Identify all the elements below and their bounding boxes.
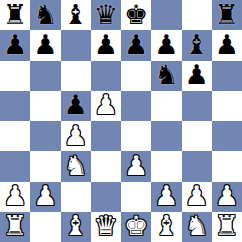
- square-a2[interactable]: ♟: [0, 182, 30, 212]
- white-queen-d1[interactable]: ♛: [94, 212, 118, 239]
- square-e7[interactable]: ♟: [121, 30, 151, 60]
- square-c6[interactable]: [61, 61, 91, 91]
- black-pawn-b7[interactable]: ♟: [33, 31, 57, 58]
- square-g8[interactable]: [182, 0, 212, 30]
- white-king-e1[interactable]: ♚: [124, 212, 148, 239]
- white-rook-h1[interactable]: ♜: [215, 212, 239, 239]
- black-knight-b8[interactable]: ♞: [33, 1, 57, 28]
- white-pawn-b2[interactable]: ♟: [33, 182, 57, 209]
- square-f3[interactable]: [151, 151, 181, 181]
- black-pawn-f7[interactable]: ♟: [154, 31, 178, 58]
- square-h8[interactable]: ♜: [212, 0, 242, 30]
- square-h1[interactable]: ♜: [212, 212, 242, 242]
- square-g3[interactable]: [182, 151, 212, 181]
- square-e8[interactable]: ♚: [121, 0, 151, 30]
- square-g5[interactable]: [182, 91, 212, 121]
- square-g6[interactable]: ♟: [182, 61, 212, 91]
- square-c8[interactable]: ♝: [61, 0, 91, 30]
- chess-board: ♜♞♝♛♚♜♟♟♟♟♟♝♟♞♟♟♟♟♞♟♟♟♟♟♟♜♝♛♚♝♞♜: [0, 0, 242, 242]
- white-knight-g1[interactable]: ♞: [185, 212, 209, 239]
- square-e2[interactable]: [121, 182, 151, 212]
- square-c2[interactable]: [61, 182, 91, 212]
- square-e5[interactable]: [121, 91, 151, 121]
- square-b5[interactable]: [30, 91, 60, 121]
- square-b1[interactable]: [30, 212, 60, 242]
- square-f7[interactable]: ♟: [151, 30, 181, 60]
- square-h6[interactable]: [212, 61, 242, 91]
- black-queen-d8[interactable]: ♛: [94, 1, 118, 28]
- white-pawn-e3[interactable]: ♟: [124, 152, 148, 179]
- square-a3[interactable]: [0, 151, 30, 181]
- black-king-e8[interactable]: ♚: [124, 1, 148, 28]
- square-a6[interactable]: [0, 61, 30, 91]
- black-pawn-a7[interactable]: ♟: [3, 31, 27, 58]
- square-d3[interactable]: [91, 151, 121, 181]
- square-e1[interactable]: ♚: [121, 212, 151, 242]
- white-pawn-c4[interactable]: ♟: [64, 122, 88, 149]
- square-a8[interactable]: ♜: [0, 0, 30, 30]
- square-d4[interactable]: [91, 121, 121, 151]
- square-g2[interactable]: ♟: [182, 182, 212, 212]
- square-g7[interactable]: ♝: [182, 30, 212, 60]
- square-f6[interactable]: ♞: [151, 61, 181, 91]
- square-e6[interactable]: [121, 61, 151, 91]
- white-knight-c3[interactable]: ♞: [64, 152, 88, 179]
- square-c7[interactable]: [61, 30, 91, 60]
- square-a1[interactable]: ♜: [0, 212, 30, 242]
- black-bishop-g7[interactable]: ♝: [185, 31, 209, 58]
- square-c3[interactable]: ♞: [61, 151, 91, 181]
- square-a7[interactable]: ♟: [0, 30, 30, 60]
- white-pawn-d5[interactable]: ♟: [94, 91, 118, 118]
- square-g1[interactable]: ♞: [182, 212, 212, 242]
- square-h3[interactable]: [212, 151, 242, 181]
- square-d6[interactable]: [91, 61, 121, 91]
- black-rook-h8[interactable]: ♜: [215, 1, 239, 28]
- square-e4[interactable]: [121, 121, 151, 151]
- black-rook-a8[interactable]: ♜: [3, 1, 27, 28]
- white-pawn-a2[interactable]: ♟: [3, 182, 27, 209]
- black-bishop-c8[interactable]: ♝: [64, 1, 88, 28]
- square-f2[interactable]: ♟: [151, 182, 181, 212]
- square-f8[interactable]: [151, 0, 181, 30]
- square-b8[interactable]: ♞: [30, 0, 60, 30]
- square-d5[interactable]: ♟: [91, 91, 121, 121]
- square-f5[interactable]: [151, 91, 181, 121]
- square-h5[interactable]: [212, 91, 242, 121]
- white-rook-a1[interactable]: ♜: [3, 212, 27, 239]
- square-c1[interactable]: ♝: [61, 212, 91, 242]
- square-g4[interactable]: [182, 121, 212, 151]
- white-bishop-f1[interactable]: ♝: [154, 212, 178, 239]
- black-pawn-g6[interactable]: ♟: [185, 61, 209, 88]
- black-knight-f6[interactable]: ♞: [154, 61, 178, 88]
- square-a5[interactable]: [0, 91, 30, 121]
- white-pawn-f2[interactable]: ♟: [154, 182, 178, 209]
- square-b2[interactable]: ♟: [30, 182, 60, 212]
- square-d8[interactable]: ♛: [91, 0, 121, 30]
- white-bishop-c1[interactable]: ♝: [64, 212, 88, 239]
- black-pawn-e7[interactable]: ♟: [124, 31, 148, 58]
- square-h7[interactable]: ♟: [212, 30, 242, 60]
- black-pawn-d7[interactable]: ♟: [94, 31, 118, 58]
- square-h4[interactable]: [212, 121, 242, 151]
- white-pawn-g2[interactable]: ♟: [185, 182, 209, 209]
- square-d1[interactable]: ♛: [91, 212, 121, 242]
- square-e3[interactable]: ♟: [121, 151, 151, 181]
- square-b7[interactable]: ♟: [30, 30, 60, 60]
- black-pawn-c5[interactable]: ♟: [64, 91, 88, 118]
- square-f4[interactable]: [151, 121, 181, 151]
- square-a4[interactable]: [0, 121, 30, 151]
- white-pawn-h2[interactable]: ♟: [215, 182, 239, 209]
- square-b4[interactable]: [30, 121, 60, 151]
- square-c4[interactable]: ♟: [61, 121, 91, 151]
- square-c5[interactable]: ♟: [61, 91, 91, 121]
- square-f1[interactable]: ♝: [151, 212, 181, 242]
- square-d7[interactable]: ♟: [91, 30, 121, 60]
- square-b3[interactable]: [30, 151, 60, 181]
- square-h2[interactable]: ♟: [212, 182, 242, 212]
- black-pawn-h7[interactable]: ♟: [215, 31, 239, 58]
- square-d2[interactable]: [91, 182, 121, 212]
- square-b6[interactable]: [30, 61, 60, 91]
